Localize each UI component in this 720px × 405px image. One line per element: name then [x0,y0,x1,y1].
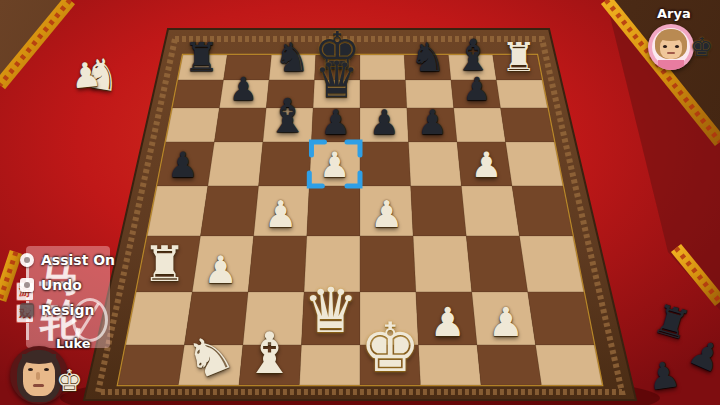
captured-white-pawn: ♟ [69,56,103,93]
square-a6[interactable] [166,108,220,142]
square-g3[interactable] [466,236,527,292]
player-top: Arya ♚ [640,4,720,66]
piece-black-pawn-g7[interactable]: ♟ [462,73,491,105]
piece-black-queen-d7[interactable]: ♛ [314,55,359,105]
player-bottom-side-icon-white-king: ♚ [56,366,83,396]
resign-label: Resign [41,302,94,318]
piece-white-pawn-g2[interactable]: ♟ [488,302,524,342]
square-d1[interactable] [300,345,361,385]
square-h3[interactable] [519,236,583,292]
square-f1[interactable] [419,345,481,385]
square-e8[interactable] [360,55,405,80]
square-a7[interactable] [173,80,224,108]
square-g1[interactable] [477,345,541,385]
piece-black-pawn-d6[interactable]: ♟ [321,105,351,139]
piece-white-pawn-f2[interactable]: ♟ [430,302,466,342]
piece-white-pawn-c4[interactable]: ♟ [264,196,297,233]
menu-item-undo[interactable]: Undo [20,277,150,293]
square-h6[interactable] [501,108,555,142]
undo-icon [20,278,34,292]
square-f5[interactable] [409,142,462,186]
undo-label: Undo [41,277,82,293]
square-g6[interactable] [454,108,506,142]
piece-black-pawn-a5[interactable]: ♟ [167,148,198,183]
square-c5[interactable] [259,142,312,186]
piece-white-pawn-d5[interactable]: ♟ [319,148,350,183]
piece-white-pawn-g5[interactable]: ♟ [471,148,502,183]
captured-black-pawn: ♟ [646,356,683,396]
square-f3[interactable] [413,236,472,292]
piece-white-pawn-e4[interactable]: ♟ [370,196,403,233]
square-c3[interactable] [248,236,307,292]
square-g4[interactable] [461,186,519,236]
piece-white-queen-d2[interactable]: ♛ [303,280,359,342]
square-h4[interactable] [512,186,573,236]
square-h5[interactable] [506,142,563,186]
piece-white-rook-h8[interactable]: ♜ [501,37,537,77]
piece-black-pawn-e6[interactable]: ♟ [369,105,399,139]
piece-white-pawn-b3[interactable]: ♟ [204,251,238,289]
square-b4[interactable] [201,186,259,236]
piece-white-rook-a3[interactable]: ♜ [143,240,187,289]
piece-white-bishop-c1[interactable]: ♝ [244,325,295,382]
player-top-name: Arya [657,6,691,21]
game-stage: ♜♞♚♞♝♜♟♛♟♝♟♟♟♟♟♟♟♟♜♟♛♟♟♞♝♚♞♟♜♟♟ 马 轮 游 戏 … [0,0,720,405]
player-top-side-icon-black-king: ♚ [690,34,713,60]
game-menu: Assist On Undo Resign [20,252,150,327]
piece-black-pawn-b7[interactable]: ♟ [229,73,258,105]
square-b6[interactable] [214,108,266,142]
square-d4[interactable] [307,186,360,236]
square-b5[interactable] [208,142,263,186]
assist-toggle-icon [20,253,34,267]
square-h2[interactable] [528,292,594,345]
piece-black-knight-c8[interactable]: ♞ [274,37,310,77]
square-a4[interactable] [147,186,208,236]
piece-black-pawn-f6[interactable]: ♟ [417,105,447,139]
square-h7[interactable] [496,80,547,108]
assist-label: Assist On [41,252,115,268]
menu-item-resign[interactable]: Resign [20,302,150,318]
player-bottom-name: Luke [56,336,91,351]
resign-icon [20,303,34,317]
player-top-avatar [648,24,694,70]
piece-white-king-e1[interactable]: ♚ [360,314,421,382]
square-f4[interactable] [411,186,467,236]
menu-item-assist[interactable]: Assist On [20,252,150,268]
piece-black-knight-f8[interactable]: ♞ [410,37,446,77]
square-e3[interactable] [360,236,416,292]
square-e5[interactable] [360,142,411,186]
piece-black-bishop-c6[interactable]: ♝ [266,92,308,139]
square-a1[interactable] [118,345,184,385]
piece-black-rook-a8[interactable]: ♜ [183,37,219,77]
player-bottom: Luke ♚ [10,334,100,404]
square-h1[interactable] [536,345,602,385]
